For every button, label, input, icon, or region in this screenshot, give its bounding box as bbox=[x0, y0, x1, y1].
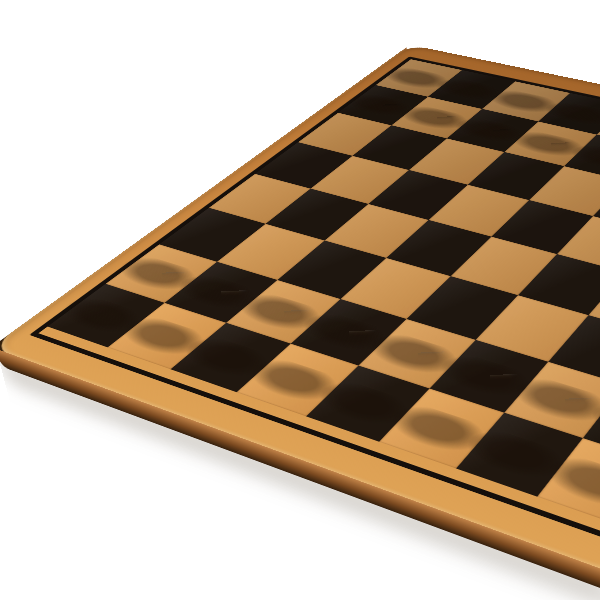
rook-glyph: ♜ bbox=[545, 372, 600, 493]
square-f4 bbox=[518, 254, 600, 315]
chessboard: ♜♞♝♛♚♝♞♜♟♟♟♟♟♟♟♟♟♟♟♟♟♟♟♟♜♞♝♛♚♝♞♜ bbox=[0, 45, 600, 579]
square-e4 bbox=[451, 237, 557, 296]
chess-photo-stage: ♜♞♝♛♚♝♞♜♟♟♟♟♟♟♟♟♟♟♟♟♟♟♟♟♜♞♝♛♚♝♞♜ bbox=[0, 0, 600, 600]
